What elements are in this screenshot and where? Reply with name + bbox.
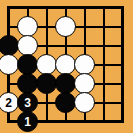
white-stone[interactable] xyxy=(36,54,57,75)
black-stone[interactable]: 1 xyxy=(17,111,38,132)
stone-move-number: 1 xyxy=(24,115,31,127)
stone-move-number: 3 xyxy=(24,96,31,108)
black-stone[interactable] xyxy=(17,73,38,94)
white-stone[interactable] xyxy=(17,35,38,56)
screenshot: 231 xyxy=(0,0,133,133)
go-board[interactable]: 231 xyxy=(0,0,133,133)
black-stone[interactable] xyxy=(55,92,76,113)
black-stone[interactable] xyxy=(36,73,57,94)
black-stone[interactable] xyxy=(17,54,38,75)
white-stone[interactable] xyxy=(74,92,95,113)
black-stone[interactable] xyxy=(55,73,76,94)
stone-move-number: 2 xyxy=(5,96,12,108)
board-vline xyxy=(103,6,105,123)
black-stone[interactable]: 3 xyxy=(17,92,38,113)
board-vline xyxy=(121,6,124,123)
white-stone[interactable] xyxy=(74,73,95,94)
white-stone[interactable] xyxy=(55,54,76,75)
white-stone[interactable] xyxy=(74,54,95,75)
white-stone[interactable] xyxy=(17,16,38,37)
white-stone[interactable] xyxy=(55,16,76,37)
